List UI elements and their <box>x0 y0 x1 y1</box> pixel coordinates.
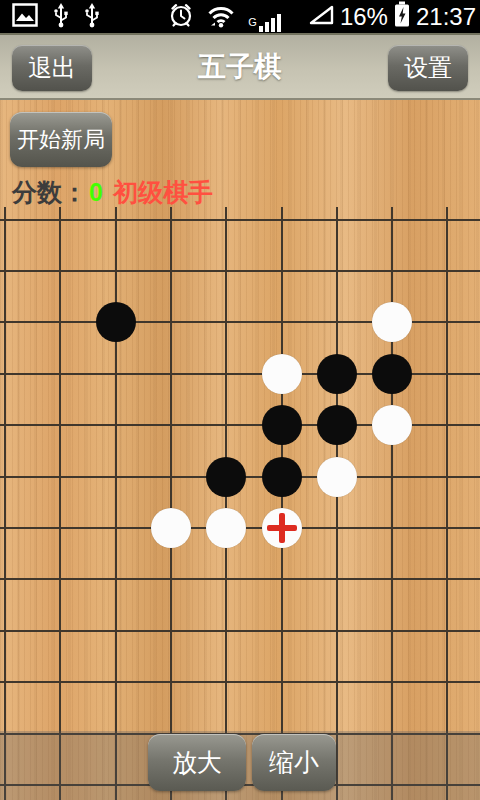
score-label: 分数： <box>12 178 87 206</box>
stone-white <box>372 302 412 342</box>
rank-label: 初级棋手 <box>113 178 213 206</box>
board-vertical-line <box>59 207 61 800</box>
stone-black <box>262 405 302 445</box>
battery-charging-icon <box>393 1 411 32</box>
board-horizontal-line <box>0 578 480 580</box>
board-vertical-line <box>281 207 283 800</box>
exit-button[interactable]: 退出 <box>12 45 92 91</box>
board-vertical-line <box>170 207 172 800</box>
network-type-label: G <box>248 16 257 28</box>
app-window: G 16% 21:37 退出 五子棋 设置 开始新局 分数：0初级棋手 放大 <box>0 0 480 800</box>
board-vertical-line <box>115 207 117 800</box>
board-vertical-line <box>336 207 338 800</box>
stone-black <box>262 457 302 497</box>
stone-black <box>96 302 136 342</box>
roaming-triangle-icon <box>307 3 335 31</box>
zoom-in-button[interactable]: 放大 <box>148 734 246 791</box>
gomoku-board[interactable] <box>0 207 480 800</box>
status-middle-icons: G <box>168 2 281 32</box>
usb-icon <box>53 2 69 32</box>
stone-white <box>206 508 246 548</box>
board-vertical-line <box>446 207 448 800</box>
board-horizontal-line <box>0 219 480 221</box>
zoom-out-button[interactable]: 缩小 <box>252 734 336 791</box>
battery-percent: 16% <box>340 0 388 33</box>
new-game-button[interactable]: 开始新局 <box>10 112 112 167</box>
screenshot-icon <box>12 3 38 31</box>
wood-background: 开始新局 分数：0初级棋手 放大 缩小 <box>0 100 480 800</box>
last-move-cross-marker <box>262 508 302 548</box>
board-horizontal-line <box>0 270 480 272</box>
stone-white-last-move <box>262 508 302 548</box>
board-horizontal-line <box>0 630 480 632</box>
signal-bars <box>259 14 281 32</box>
board-vertical-line <box>391 207 393 800</box>
stone-white <box>317 457 357 497</box>
score-row: 分数：0初级棋手 <box>12 176 213 209</box>
stone-white <box>262 354 302 394</box>
board-horizontal-line <box>0 681 480 683</box>
title-bar: 退出 五子棋 设置 <box>0 33 480 100</box>
signal-bars-icon: G <box>248 14 281 32</box>
stone-white <box>151 508 191 548</box>
stone-white <box>372 405 412 445</box>
stone-black <box>206 457 246 497</box>
status-left-icons <box>12 2 100 32</box>
stone-black <box>372 354 412 394</box>
usb-icon <box>84 2 100 32</box>
score-value: 0 <box>89 178 103 206</box>
status-bar: G 16% 21:37 <box>0 0 480 33</box>
alarm-clock-icon <box>168 2 194 32</box>
settings-button[interactable]: 设置 <box>388 45 468 91</box>
status-right-group: 16% 21:37 <box>307 0 476 33</box>
wifi-icon <box>207 5 235 32</box>
board-vertical-line <box>225 207 227 800</box>
stone-black <box>317 354 357 394</box>
board-vertical-line <box>4 207 6 800</box>
clock-time: 21:37 <box>416 0 476 33</box>
stone-black <box>317 405 357 445</box>
